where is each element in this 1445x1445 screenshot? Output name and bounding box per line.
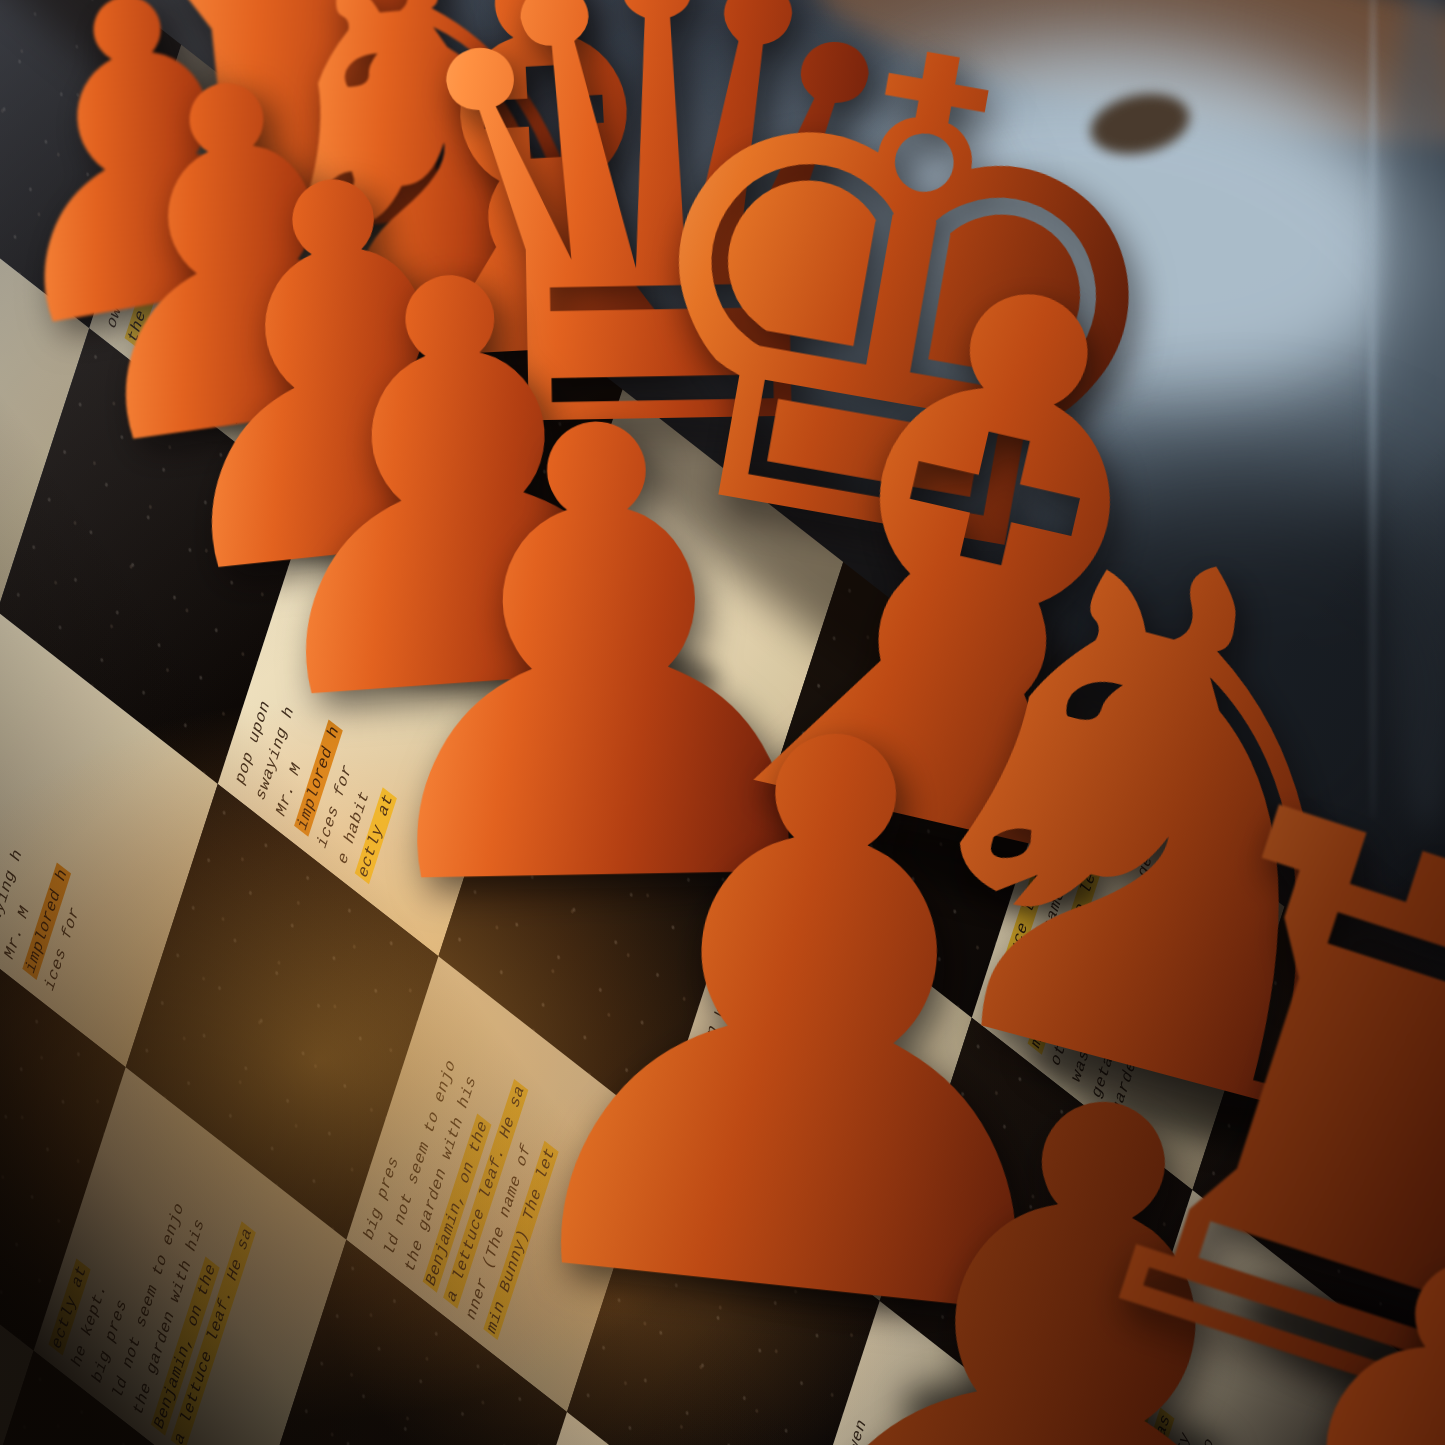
page-text-line: ke to go: [0, 266, 17, 543]
table-edge-panel: [1380, 0, 1445, 830]
chess-board: ld not seem to enjothe garden with hisBe…: [0, 0, 1445, 1445]
wood-band-top: [802, 0, 1445, 185]
chess-photo-scene: ld not seem to enjothe garden with hisBe…: [0, 0, 1445, 1445]
window-glow-soft: [671, 0, 1445, 607]
table-seam-streak: [1369, 0, 1377, 820]
haze-mid: [550, 90, 970, 390]
wood-knot: [1085, 85, 1195, 163]
window-glow-bright: [839, 23, 1441, 438]
